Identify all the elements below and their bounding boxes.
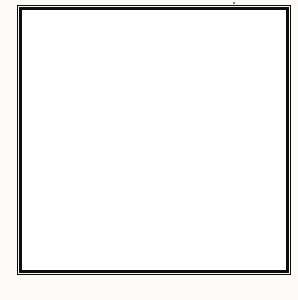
board-frame bbox=[19, 7, 289, 273]
chess-diagram bbox=[0, 0, 298, 300]
ink-speck bbox=[233, 2, 235, 4]
chess-board bbox=[22, 10, 286, 270]
